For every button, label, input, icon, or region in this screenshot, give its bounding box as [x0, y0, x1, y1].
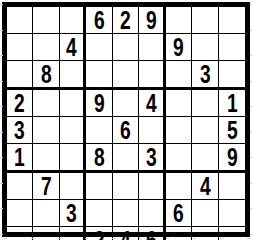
margin-tick	[31, 238, 34, 239]
cell-r4c4: 9	[86, 90, 112, 117]
cell-r7c1[interactable]	[7, 173, 33, 200]
cell-r7c5[interactable]	[113, 173, 139, 200]
margin-tick	[250, 81, 253, 82]
margin-tick	[220, 238, 223, 239]
margin-tick	[166, 238, 169, 239]
cell-r1c6: 9	[139, 7, 165, 34]
cell-r3c5[interactable]	[113, 61, 139, 90]
given-digit: 1	[226, 90, 237, 116]
cell-r8c2[interactable]	[33, 200, 59, 227]
cell-r7c2: 7	[33, 173, 59, 200]
cell-r6c8[interactable]	[192, 144, 218, 173]
sudoku-grid: 6294983294136518397436246	[2, 2, 250, 237]
cell-r6c9: 9	[219, 144, 245, 173]
margin-tick	[0, 4, 3, 5]
given-digit: 9	[173, 34, 184, 60]
cell-r6c3[interactable]	[60, 144, 86, 173]
margin-tick	[193, 238, 196, 239]
cell-r8c3: 3	[60, 200, 86, 227]
cell-r2c8[interactable]	[192, 34, 218, 61]
cell-r2c1[interactable]	[7, 34, 33, 61]
margin-tick	[0, 157, 3, 158]
given-digit: 4	[66, 34, 77, 60]
given-digit: 6	[120, 117, 131, 143]
cell-r2c4[interactable]	[86, 34, 112, 61]
margin-tick	[250, 157, 253, 158]
cell-r9c8[interactable]	[192, 227, 218, 240]
cell-r1c1[interactable]	[7, 7, 33, 34]
margin-tick	[85, 238, 88, 239]
cell-r9c7[interactable]	[166, 227, 192, 240]
given-digit: 8	[41, 61, 52, 87]
margin-tick	[0, 132, 3, 133]
margin-tick	[250, 55, 253, 56]
margin-tick	[0, 81, 3, 82]
margin-tick	[0, 208, 3, 209]
margin-tick	[250, 4, 253, 5]
cell-r3c4[interactable]	[86, 61, 112, 90]
cell-r2c6[interactable]	[139, 34, 165, 61]
cell-r8c6[interactable]	[139, 200, 165, 227]
given-digit: 4	[146, 90, 157, 116]
given-digit: 7	[41, 173, 52, 199]
cell-r9c3[interactable]	[60, 227, 86, 240]
cell-r1c5: 2	[113, 7, 139, 34]
cell-r1c9[interactable]	[219, 7, 245, 34]
cell-r4c6: 4	[139, 90, 165, 117]
cell-r4c7[interactable]	[166, 90, 192, 117]
cell-r7c6[interactable]	[139, 173, 165, 200]
cell-r1c7[interactable]	[166, 7, 192, 34]
sudoku-board: 6294983294136518397436246	[0, 0, 252, 240]
cell-r6c7[interactable]	[166, 144, 192, 173]
cell-r1c3[interactable]	[60, 7, 86, 34]
cell-r9c5: 4	[113, 227, 139, 240]
cell-r3c1[interactable]	[7, 61, 33, 90]
cell-r8c7: 6	[166, 200, 192, 227]
margin-tick	[0, 55, 3, 56]
cell-r8c8[interactable]	[192, 200, 218, 227]
given-digit: 3	[199, 61, 210, 87]
cell-r9c1[interactable]	[7, 227, 33, 240]
margin-tick	[250, 30, 253, 31]
cell-r3c3[interactable]	[60, 61, 86, 90]
cell-r5c7[interactable]	[166, 117, 192, 144]
cell-r7c3[interactable]	[60, 173, 86, 200]
cell-r5c8[interactable]	[192, 117, 218, 144]
cell-r7c4[interactable]	[86, 173, 112, 200]
given-digit: 1	[14, 144, 25, 170]
given-digit: 5	[226, 117, 237, 143]
cell-r4c9: 1	[219, 90, 245, 117]
margin-tick	[139, 238, 142, 239]
cell-r5c5: 6	[113, 117, 139, 144]
given-digit: 9	[94, 90, 105, 116]
given-digit: 3	[14, 117, 25, 143]
cell-r7c7[interactable]	[166, 173, 192, 200]
cell-r4c5[interactable]	[113, 90, 139, 117]
cell-r2c5[interactable]	[113, 34, 139, 61]
given-digit: 6	[94, 7, 105, 33]
given-digit: 2	[120, 7, 131, 33]
cell-r2c3: 4	[60, 34, 86, 61]
given-digit: 3	[146, 144, 157, 170]
cell-r9c2[interactable]	[33, 227, 59, 240]
given-digit: 3	[66, 200, 77, 226]
cell-r4c3[interactable]	[60, 90, 86, 117]
margin-tick	[250, 183, 253, 184]
cell-r8c1[interactable]	[7, 200, 33, 227]
cell-r5c2[interactable]	[33, 117, 59, 144]
cell-r9c6: 6	[139, 227, 165, 240]
cell-r8c9[interactable]	[219, 200, 245, 227]
cell-r6c2[interactable]	[33, 144, 59, 173]
cell-r6c6: 3	[139, 144, 165, 173]
cell-r3c7[interactable]	[166, 61, 192, 90]
cell-r4c2[interactable]	[33, 90, 59, 117]
cell-r5c4[interactable]	[86, 117, 112, 144]
margin-tick	[0, 183, 3, 184]
cell-r8c4[interactable]	[86, 200, 112, 227]
cell-r2c7: 9	[166, 34, 192, 61]
cell-r6c1: 1	[7, 144, 33, 173]
given-digit: 6	[173, 200, 184, 226]
given-digit: 9	[146, 7, 157, 33]
cell-r5c1: 3	[7, 117, 33, 144]
cell-r8c5[interactable]	[113, 200, 139, 227]
cell-r1c8[interactable]	[192, 7, 218, 34]
cell-r7c8: 4	[192, 173, 218, 200]
cell-r5c3[interactable]	[60, 117, 86, 144]
margin-tick	[250, 132, 253, 133]
cell-r3c8: 3	[192, 61, 218, 90]
given-digit: 6	[146, 227, 157, 240]
cell-r4c8[interactable]	[192, 90, 218, 117]
cell-r6c4: 8	[86, 144, 112, 173]
cell-r1c2[interactable]	[33, 7, 59, 34]
cell-r5c6[interactable]	[139, 117, 165, 144]
cell-r2c9[interactable]	[219, 34, 245, 61]
given-digit: 8	[94, 144, 105, 170]
given-digit: 2	[94, 227, 105, 240]
cell-r2c2[interactable]	[33, 34, 59, 61]
given-digit: 9	[226, 144, 237, 170]
cell-r3c9[interactable]	[219, 61, 245, 90]
margin-tick	[58, 238, 61, 239]
cell-r3c2: 8	[33, 61, 59, 90]
given-digit: 4	[120, 227, 131, 240]
margin-tick	[250, 208, 253, 209]
margin-tick	[0, 234, 3, 235]
cell-r1c4: 6	[86, 7, 112, 34]
margin-tick	[250, 106, 253, 107]
margin-tick	[112, 238, 115, 239]
given-digit: 2	[14, 90, 25, 116]
margin-tick	[0, 106, 3, 107]
cell-r5c9: 5	[219, 117, 245, 144]
margin-tick	[4, 238, 7, 239]
cell-r6c5[interactable]	[113, 144, 139, 173]
cell-r4c1: 2	[7, 90, 33, 117]
cell-r3c6[interactable]	[139, 61, 165, 90]
margin-tick	[0, 30, 3, 31]
cell-r9c4: 2	[86, 227, 112, 240]
margin-tick	[247, 238, 250, 239]
given-digit: 4	[199, 173, 210, 199]
margin-tick	[250, 234, 253, 235]
cell-r7c9[interactable]	[219, 173, 245, 200]
